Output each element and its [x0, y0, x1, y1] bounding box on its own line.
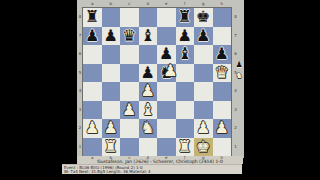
coord-label: d [139, 1, 158, 6]
square-h5[interactable]: ♛ [213, 64, 232, 83]
file-labels-top: abcdefgh [83, 1, 231, 6]
coord-label: h [213, 1, 232, 6]
status-line: W: 7x4 Next: 31.Bg5 Length: 36 Material:… [64, 170, 151, 174]
square-g2[interactable]: ♟ [194, 119, 213, 138]
white-pawn-a2[interactable]: ♟ [83, 119, 102, 138]
square-g1[interactable]: ♚ [194, 138, 213, 157]
square-f3[interactable] [176, 101, 195, 120]
square-d5[interactable]: ♟ [139, 64, 158, 83]
white-bishop-d3[interactable]: ♝ [139, 101, 158, 120]
square-a1[interactable] [83, 138, 102, 157]
black-pawn-a7[interactable]: ♟ [83, 27, 102, 46]
board-pane: abcdefgh 87654321 87654321 ♜♜♚♟♟♛♝♟♟♟♝♟♟… [77, 0, 244, 158]
square-c1[interactable] [120, 138, 139, 157]
coord-label: 3 [78, 101, 83, 120]
square-b6[interactable] [102, 45, 121, 64]
square-f6[interactable]: ♝ [176, 45, 195, 64]
coord-label: 3 [233, 101, 238, 120]
white-pawn-g2[interactable]: ♟ [194, 119, 213, 138]
coord-label: 5 [78, 64, 83, 83]
moving-white-pawn[interactable]: ♟ [161, 62, 180, 81]
square-h6[interactable]: ♟ [213, 45, 232, 64]
square-c4[interactable] [120, 82, 139, 101]
square-h4[interactable] [213, 82, 232, 101]
white-king-g1[interactable]: ♚ [194, 138, 213, 157]
square-c5[interactable] [120, 64, 139, 83]
black-rook-f8[interactable]: ♜ [176, 8, 195, 27]
square-f7[interactable]: ♟ [176, 27, 195, 46]
white-rook-f1[interactable]: ♜ [176, 138, 195, 157]
square-c7[interactable]: ♛ [120, 27, 139, 46]
square-b2[interactable]: ♟ [102, 119, 121, 138]
coord-label: 4 [78, 82, 83, 101]
square-a2[interactable]: ♟ [83, 119, 102, 138]
coord-label: 7 [78, 27, 83, 46]
square-b8[interactable] [102, 8, 121, 27]
square-h3[interactable] [213, 101, 232, 120]
square-e3[interactable] [157, 101, 176, 120]
white-pawn-b2[interactable]: ♟ [102, 119, 121, 138]
square-c6[interactable] [120, 45, 139, 64]
square-b4[interactable] [102, 82, 121, 101]
coord-label: 1 [233, 138, 238, 157]
coord-label: c [120, 1, 139, 6]
black-queen-c7[interactable]: ♛ [120, 27, 139, 46]
black-pawn-f7[interactable]: ♟ [176, 27, 195, 46]
square-g8[interactable]: ♚ [194, 8, 213, 27]
white-pawn-c3[interactable]: ♟ [120, 101, 139, 120]
square-b1[interactable]: ♜ [102, 138, 121, 157]
black-pawn-g7[interactable]: ♟ [194, 27, 213, 46]
square-g7[interactable]: ♟ [194, 27, 213, 46]
square-f8[interactable]: ♜ [176, 8, 195, 27]
black-rook-a8[interactable]: ♜ [83, 8, 102, 27]
coord-label: 2 [233, 119, 238, 138]
coord-label: f [176, 1, 195, 6]
coord-label: e [157, 1, 176, 6]
chess-board[interactable]: ♜♜♚♟♟♛♝♟♟♟♝♟♟♞♛♟♟♝♟♟♞♟♟♜♜♚ [83, 8, 231, 156]
coord-label: 2 [78, 119, 83, 138]
coord-label: 7 [233, 27, 238, 46]
square-h8[interactable] [213, 8, 232, 27]
square-g5[interactable] [194, 64, 213, 83]
square-e1[interactable] [157, 138, 176, 157]
white-rook-b1[interactable]: ♜ [102, 138, 121, 157]
black-pawn-h6[interactable]: ♟ [213, 45, 232, 64]
square-b3[interactable] [102, 101, 121, 120]
black-bishop-f6[interactable]: ♝ [176, 45, 195, 64]
square-g3[interactable] [194, 101, 213, 120]
coord-label: 4 [233, 82, 238, 101]
square-a7[interactable]: ♟ [83, 27, 102, 46]
square-g4[interactable] [194, 82, 213, 101]
square-d1[interactable] [139, 138, 158, 157]
square-a3[interactable] [83, 101, 102, 120]
square-h2[interactable]: ♟ [213, 119, 232, 138]
square-a4[interactable] [83, 82, 102, 101]
black-bishop-d7[interactable]: ♝ [139, 27, 158, 46]
square-d4[interactable]: ♟ [139, 82, 158, 101]
square-a8[interactable]: ♜ [83, 8, 102, 27]
square-c3[interactable]: ♟ [120, 101, 139, 120]
game-title: Gustafsson, Jan (2626) - Scheerer, Chris… [77, 160, 243, 165]
coord-label: 6 [78, 45, 83, 64]
bottom-label-strip: abcdefgh Gustafsson, Jan (2626) - Scheer… [77, 156, 243, 164]
coord-label: b [102, 1, 121, 6]
square-h1[interactable] [213, 138, 232, 157]
square-e7[interactable] [157, 27, 176, 46]
coord-label: 8 [78, 8, 83, 27]
material-white-knight-icon: ♞ [234, 71, 244, 81]
white-queen-h5[interactable]: ♛ [213, 64, 232, 83]
square-f1[interactable]: ♜ [176, 138, 195, 157]
white-pawn-h2[interactable]: ♟ [213, 119, 232, 138]
coord-label: 1 [78, 138, 83, 157]
square-b5[interactable] [102, 64, 121, 83]
coord-label: 8 [233, 8, 238, 27]
black-pawn-d5[interactable]: ♟ [139, 64, 158, 83]
black-pawn-b7[interactable]: ♟ [102, 27, 121, 46]
info-bar: Event : BL06-Blitz (1996) (Round 2) 1-0 … [62, 164, 242, 174]
square-e4[interactable] [157, 82, 176, 101]
square-d7[interactable]: ♝ [139, 27, 158, 46]
square-h7[interactable] [213, 27, 232, 46]
material-black-pawn-icon: ♟ [234, 60, 244, 70]
square-g6[interactable] [194, 45, 213, 64]
square-b7[interactable]: ♟ [102, 27, 121, 46]
square-c8[interactable] [120, 8, 139, 27]
black-king-g8[interactable]: ♚ [194, 8, 213, 27]
square-d6[interactable] [139, 45, 158, 64]
coord-label: a [83, 1, 102, 6]
square-d8[interactable] [139, 8, 158, 27]
coord-label: g [194, 1, 213, 6]
square-a5[interactable] [83, 64, 102, 83]
square-e8[interactable] [157, 8, 176, 27]
square-f2[interactable] [176, 119, 195, 138]
square-d2[interactable]: ♞ [139, 119, 158, 138]
square-e2[interactable] [157, 119, 176, 138]
rank-labels-left: 87654321 [78, 8, 83, 156]
rank-labels-right: 87654321 [233, 8, 238, 156]
square-d3[interactable]: ♝ [139, 101, 158, 120]
white-pawn-d4[interactable]: ♟ [139, 82, 158, 101]
video-frame: abcdefgh 87654321 87654321 ♜♜♚♟♟♛♝♟♟♟♝♟♟… [0, 0, 320, 180]
square-c2[interactable] [120, 119, 139, 138]
material-tray: ♟♞ [234, 60, 244, 81]
square-f4[interactable] [176, 82, 195, 101]
white-knight-d2[interactable]: ♞ [139, 119, 158, 138]
square-a6[interactable] [83, 45, 102, 64]
